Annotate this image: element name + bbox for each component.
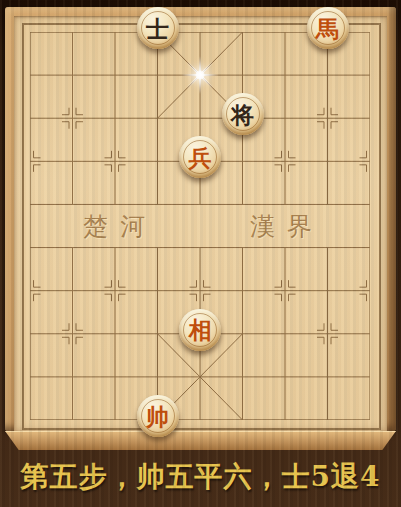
piece-label: 帅 [146, 405, 169, 428]
board-bevel [5, 431, 396, 450]
board-surface[interactable] [14, 16, 387, 431]
piece-label: 士 [146, 17, 169, 40]
piece-label: 将 [231, 103, 254, 126]
xiangqi-app: 楚河 漢界 士馬将兵相帅 第五步，帅五平六，士5退4 [0, 0, 401, 507]
piece-label: 兵 [189, 146, 212, 169]
piece-black-advisor[interactable]: 士 [137, 7, 179, 49]
piece-label: 相 [189, 318, 212, 341]
piece-label: 馬 [316, 17, 339, 40]
move-caption: 第五步，帅五平六，士5退4 [0, 460, 401, 494]
piece-red-elephant[interactable]: 相 [179, 309, 221, 351]
piece-black-general[interactable]: 将 [222, 93, 264, 135]
piece-red-horse[interactable]: 馬 [307, 7, 349, 49]
piece-red-general[interactable]: 帅 [137, 395, 179, 437]
